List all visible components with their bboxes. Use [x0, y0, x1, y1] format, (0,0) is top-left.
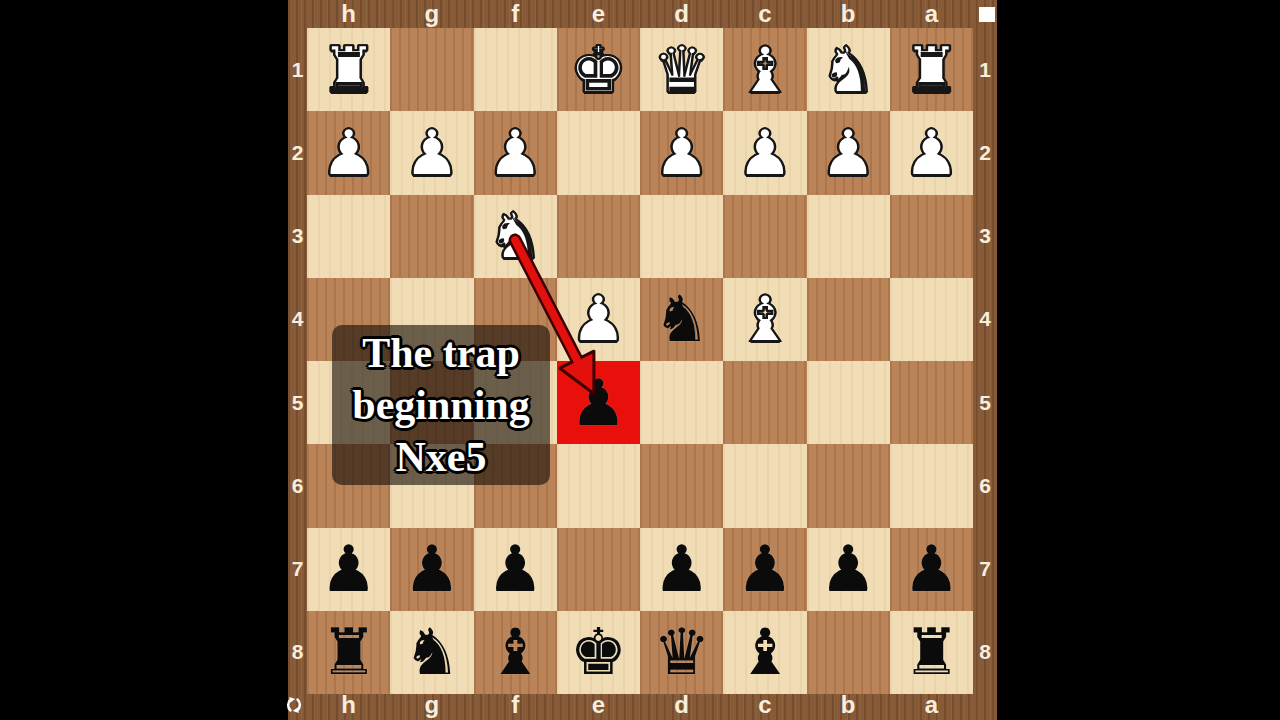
rank-label-right-2: 2	[973, 111, 997, 194]
file-label-bottom-a: a	[890, 692, 973, 718]
square-c2[interactable]: ♟	[723, 111, 806, 194]
file-label-top-b: b	[807, 1, 890, 27]
square-b4[interactable]	[807, 278, 890, 361]
square-d1[interactable]: ♛	[640, 28, 723, 111]
file-label-bottom-h: h	[307, 692, 390, 718]
square-b3[interactable]	[807, 195, 890, 278]
file-label-top-h: h	[307, 1, 390, 27]
square-a7[interactable]: ♟	[890, 528, 973, 611]
piece-white-p-f2: ♟	[486, 121, 543, 185]
square-e1[interactable]: ♚	[557, 28, 640, 111]
piece-white-p-c2: ♟	[736, 121, 793, 185]
square-g7[interactable]: ♟	[390, 528, 473, 611]
piece-white-r-h1: ♜	[320, 38, 377, 102]
piece-white-p-h2: ♟	[320, 121, 377, 185]
piece-black-b-f8: ♝	[486, 620, 543, 684]
piece-black-p-g7: ♟	[403, 537, 460, 601]
caption-line-1: The trap	[362, 327, 520, 379]
rank-label-left-8: 8	[288, 611, 307, 694]
piece-white-p-e4: ♟	[570, 287, 627, 351]
file-label-top-d: d	[640, 1, 723, 27]
caption-line-3: Nxe5	[396, 431, 487, 483]
flip-board-icon[interactable]	[284, 695, 304, 715]
piece-white-p-g2: ♟	[403, 121, 460, 185]
square-e7[interactable]	[557, 528, 640, 611]
square-a4[interactable]	[890, 278, 973, 361]
rank-label-left-2: 2	[288, 111, 307, 194]
rank-label-right-5: 5	[973, 361, 997, 444]
square-d4[interactable]: ♞	[640, 278, 723, 361]
square-e8[interactable]: ♚	[557, 611, 640, 694]
square-f8[interactable]: ♝	[474, 611, 557, 694]
piece-black-p-d7: ♟	[653, 537, 710, 601]
video-frame: ♜♚♛♝♞♜♟♟♟♟♟♟♟♞♟♞♝♟♟♟♟♟♟♟♟♜♞♝♚♛♝♜ hhggffe…	[0, 0, 1280, 720]
square-h1[interactable]: ♜	[307, 28, 390, 111]
file-label-top-a: a	[890, 1, 973, 27]
square-a2[interactable]: ♟	[890, 111, 973, 194]
rank-label-right-4: 4	[973, 278, 997, 361]
piece-white-k-e1: ♚	[570, 38, 627, 102]
piece-black-p-e5: ♟	[570, 371, 627, 435]
file-label-bottom-d: d	[640, 692, 723, 718]
piece-black-n-g8: ♞	[403, 620, 460, 684]
square-e3[interactable]	[557, 195, 640, 278]
square-c8[interactable]: ♝	[723, 611, 806, 694]
piece-white-b-c4: ♝	[736, 287, 793, 351]
rank-label-right-1: 1	[973, 28, 997, 111]
rank-label-left-4: 4	[288, 278, 307, 361]
rank-label-right-3: 3	[973, 195, 997, 278]
square-c6[interactable]	[723, 444, 806, 527]
square-c3[interactable]	[723, 195, 806, 278]
piece-white-p-b2: ♟	[819, 121, 876, 185]
square-a1[interactable]: ♜	[890, 28, 973, 111]
square-a5[interactable]	[890, 361, 973, 444]
square-f2[interactable]: ♟	[474, 111, 557, 194]
piece-black-n-d4: ♞	[653, 287, 710, 351]
square-d5[interactable]	[640, 361, 723, 444]
caption-overlay: The trap beginning Nxe5	[332, 325, 550, 485]
file-label-top-e: e	[557, 1, 640, 27]
square-b8[interactable]	[807, 611, 890, 694]
square-a6[interactable]	[890, 444, 973, 527]
caption-line-2: beginning	[352, 379, 529, 431]
piece-black-b-c8: ♝	[736, 620, 793, 684]
piece-white-p-d2: ♟	[653, 121, 710, 185]
square-c1[interactable]: ♝	[723, 28, 806, 111]
rank-label-left-6: 6	[288, 444, 307, 527]
file-label-bottom-f: f	[474, 692, 557, 718]
rank-label-right-7: 7	[973, 528, 997, 611]
piece-white-p-a2: ♟	[903, 121, 960, 185]
file-label-bottom-g: g	[390, 692, 473, 718]
piece-black-p-h7: ♟	[320, 537, 377, 601]
file-label-bottom-b: b	[807, 692, 890, 718]
square-c7[interactable]: ♟	[723, 528, 806, 611]
piece-white-r-a1: ♜	[903, 38, 960, 102]
rank-label-left-3: 3	[288, 195, 307, 278]
square-d3[interactable]	[640, 195, 723, 278]
piece-black-p-b7: ♟	[819, 537, 876, 601]
square-d6[interactable]	[640, 444, 723, 527]
piece-black-r-a8: ♜	[903, 620, 960, 684]
square-d2[interactable]: ♟	[640, 111, 723, 194]
piece-black-q-d8: ♛	[653, 620, 710, 684]
file-label-top-g: g	[390, 1, 473, 27]
square-b2[interactable]: ♟	[807, 111, 890, 194]
file-label-bottom-e: e	[557, 692, 640, 718]
square-b1[interactable]: ♞	[807, 28, 890, 111]
square-a3[interactable]	[890, 195, 973, 278]
square-e2[interactable]	[557, 111, 640, 194]
file-label-bottom-c: c	[723, 692, 806, 718]
square-h3[interactable]	[307, 195, 390, 278]
square-c5[interactable]	[723, 361, 806, 444]
square-f7[interactable]: ♟	[474, 528, 557, 611]
rank-label-right-8: 8	[973, 611, 997, 694]
square-h2[interactable]: ♟	[307, 111, 390, 194]
piece-white-n-b1: ♞	[819, 38, 876, 102]
square-e5[interactable]: ♟	[557, 361, 640, 444]
piece-black-k-e8: ♚	[570, 620, 627, 684]
square-g8[interactable]: ♞	[390, 611, 473, 694]
square-d8[interactable]: ♛	[640, 611, 723, 694]
square-b7[interactable]: ♟	[807, 528, 890, 611]
piece-white-q-d1: ♛	[653, 38, 710, 102]
square-b5[interactable]	[807, 361, 890, 444]
piece-black-p-f7: ♟	[486, 537, 543, 601]
square-a8[interactable]: ♜	[890, 611, 973, 694]
square-h7[interactable]: ♟	[307, 528, 390, 611]
square-g2[interactable]: ♟	[390, 111, 473, 194]
rank-label-left-5: 5	[288, 361, 307, 444]
square-h8[interactable]: ♜	[307, 611, 390, 694]
file-label-top-c: c	[723, 1, 806, 27]
file-label-top-f: f	[474, 1, 557, 27]
square-f1[interactable]	[474, 28, 557, 111]
square-f3[interactable]: ♞	[474, 195, 557, 278]
square-e6[interactable]	[557, 444, 640, 527]
square-e4[interactable]: ♟	[557, 278, 640, 361]
piece-white-b-c1: ♝	[736, 38, 793, 102]
piece-black-p-c7: ♟	[736, 537, 793, 601]
square-b6[interactable]	[807, 444, 890, 527]
piece-white-n-f3: ♞	[486, 204, 543, 268]
piece-black-r-h8: ♜	[320, 620, 377, 684]
square-g3[interactable]	[390, 195, 473, 278]
rank-label-left-1: 1	[288, 28, 307, 111]
square-g1[interactable]	[390, 28, 473, 111]
piece-black-p-a7: ♟	[903, 537, 960, 601]
square-c4[interactable]: ♝	[723, 278, 806, 361]
rank-label-right-6: 6	[973, 444, 997, 527]
white-square-marker-icon	[979, 7, 995, 22]
rank-label-left-7: 7	[288, 528, 307, 611]
square-d7[interactable]: ♟	[640, 528, 723, 611]
